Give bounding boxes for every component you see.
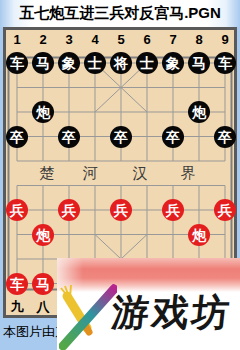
piece-black-c8r0: 马 bbox=[188, 52, 210, 74]
river-char-3: 汉 bbox=[132, 164, 148, 183]
top-file-label-9: 9 bbox=[212, 32, 238, 47]
river-char-1: 楚 bbox=[39, 164, 55, 183]
top-file-label-6: 6 bbox=[134, 32, 160, 47]
bottom-file-label-2: 八 bbox=[30, 298, 56, 316]
piece-red-c3r6: 兵 bbox=[58, 199, 80, 221]
piece-red-c8r7: 炮 bbox=[188, 224, 210, 246]
piece-red-c1r6: 兵 bbox=[6, 199, 28, 221]
piece-black-c3r0: 象 bbox=[58, 52, 80, 74]
watermark-brand-text: 游戏坊 bbox=[109, 288, 234, 338]
piece-red-c5r6: 兵 bbox=[110, 199, 132, 221]
top-file-label-4: 4 bbox=[82, 32, 108, 47]
piece-red-c2r9: 马 bbox=[32, 273, 54, 295]
piece-red-c2r7: 炮 bbox=[32, 224, 54, 246]
piece-black-c7r3: 卒 bbox=[162, 126, 184, 148]
piece-black-c9r3: 卒 bbox=[214, 126, 236, 148]
top-file-label-5: 5 bbox=[108, 32, 134, 47]
bottom-file-label-1: 九 bbox=[4, 298, 30, 316]
piece-black-c2r0: 马 bbox=[32, 52, 54, 74]
piece-red-c1r9: 车 bbox=[6, 273, 28, 295]
piece-black-c5r0: 将 bbox=[110, 52, 132, 74]
watermark-overlay: 游戏坊 bbox=[57, 258, 240, 350]
piece-black-c9r0: 车 bbox=[214, 52, 236, 74]
piece-black-c3r3: 卒 bbox=[58, 126, 80, 148]
page: 五七炮互进三兵对反宫马.PGN 123456789 九八七六五四三二一 楚河汉界… bbox=[0, 0, 240, 350]
river-char-2: 河 bbox=[82, 164, 98, 183]
top-file-label-3: 3 bbox=[56, 32, 82, 47]
piece-red-c9r6: 兵 bbox=[214, 199, 236, 221]
piece-red-c7r6: 兵 bbox=[162, 199, 184, 221]
piece-black-c8r2: 炮 bbox=[188, 101, 210, 123]
title-bar: 五七炮互进三兵对反宫马.PGN bbox=[0, 0, 240, 27]
top-file-label-2: 2 bbox=[30, 32, 56, 47]
piece-black-c5r3: 卒 bbox=[110, 126, 132, 148]
piece-black-c7r0: 象 bbox=[162, 52, 184, 74]
top-file-label-7: 7 bbox=[160, 32, 186, 47]
top-file-label-1: 1 bbox=[4, 32, 30, 47]
crossed-brushes-logo-icon bbox=[59, 284, 117, 350]
piece-black-c1r0: 车 bbox=[6, 52, 28, 74]
river-char-4: 界 bbox=[180, 164, 196, 183]
page-title: 五七炮互进三兵对反宫马.PGN bbox=[19, 4, 221, 23]
top-file-label-8: 8 bbox=[186, 32, 212, 47]
piece-black-c4r0: 士 bbox=[84, 52, 106, 74]
piece-black-c1r3: 卒 bbox=[6, 126, 28, 148]
piece-black-c2r2: 炮 bbox=[32, 101, 54, 123]
piece-black-c6r0: 士 bbox=[136, 52, 158, 74]
